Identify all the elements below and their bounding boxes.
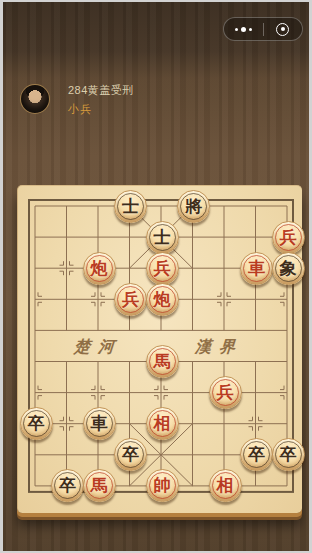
piece-character: 將: [178, 191, 209, 222]
piece-character: 相: [147, 408, 178, 439]
more-button[interactable]: [224, 18, 263, 40]
player-avatar[interactable]: [20, 84, 50, 114]
piece-character: 象: [273, 253, 304, 284]
ellipsis-icon: [235, 27, 252, 32]
piece-black-elephant[interactable]: 象: [272, 252, 305, 285]
piece-red-soldier[interactable]: 兵: [146, 252, 179, 285]
piece-black-soldier[interactable]: 卒: [272, 438, 305, 471]
piece-character: 卒: [21, 408, 52, 439]
piece-character: 馬: [84, 470, 115, 501]
piece-character: 兵: [147, 253, 178, 284]
piece-black-advisor[interactable]: 士: [146, 221, 179, 254]
piece-red-soldier[interactable]: 兵: [272, 221, 305, 254]
piece-red-soldier[interactable]: 兵: [114, 283, 147, 316]
piece-red-cannon[interactable]: 炮: [146, 283, 179, 316]
piece-character: 兵: [115, 284, 146, 315]
piece-character: 士: [147, 222, 178, 253]
piece-red-general[interactable]: 帥: [146, 469, 179, 502]
piece-character: 炮: [84, 253, 115, 284]
piece-black-soldier[interactable]: 卒: [20, 407, 53, 440]
piece-red-soldier[interactable]: 兵: [209, 376, 242, 409]
piece-red-chariot[interactable]: 車: [240, 252, 273, 285]
piece-character: 馬: [147, 346, 178, 377]
piece-black-soldier[interactable]: 卒: [114, 438, 147, 471]
piece-red-elephant[interactable]: 相: [209, 469, 242, 502]
piece-character: 炮: [147, 284, 178, 315]
piece-character: 卒: [241, 439, 272, 470]
app-screen: 284黄盖受刑 小兵 楚河 漢界 士將士兵炮兵車象兵炮馬兵卒車相卒卒卒卒馬帥相: [3, 2, 309, 551]
miniprogram-capsule: [223, 17, 303, 41]
river-label-right: 漢界: [182, 337, 255, 358]
piece-red-cannon[interactable]: 炮: [83, 252, 116, 285]
piece-character: 帥: [147, 470, 178, 501]
piece-character: 卒: [115, 439, 146, 470]
piece-black-soldier[interactable]: 卒: [240, 438, 273, 471]
piece-red-elephant[interactable]: 相: [146, 407, 179, 440]
piece-black-advisor[interactable]: 士: [114, 190, 147, 223]
piece-character: 兵: [210, 377, 241, 408]
piece-black-soldier[interactable]: 卒: [51, 469, 84, 502]
piece-red-horse[interactable]: 馬: [83, 469, 116, 502]
piece-character: 車: [84, 408, 115, 439]
piece-black-general[interactable]: 將: [177, 190, 210, 223]
piece-character: 士: [115, 191, 146, 222]
piece-red-horse[interactable]: 馬: [146, 345, 179, 378]
player-rank: 小兵: [68, 102, 92, 117]
level-title: 284黄盖受刑: [68, 83, 134, 98]
river-label-left: 楚河: [61, 337, 134, 358]
close-button[interactable]: [264, 18, 303, 40]
piece-character: 卒: [273, 439, 304, 470]
piece-character: 兵: [273, 222, 304, 253]
piece-character: 相: [210, 470, 241, 501]
xiangqi-board[interactable]: 楚河 漢界 士將士兵炮兵車象兵炮馬兵卒車相卒卒卒卒馬帥相: [17, 185, 302, 513]
piece-character: 卒: [52, 470, 83, 501]
piece-black-chariot[interactable]: 車: [83, 407, 116, 440]
target-circle-icon: [276, 23, 289, 36]
piece-character: 車: [241, 253, 272, 284]
